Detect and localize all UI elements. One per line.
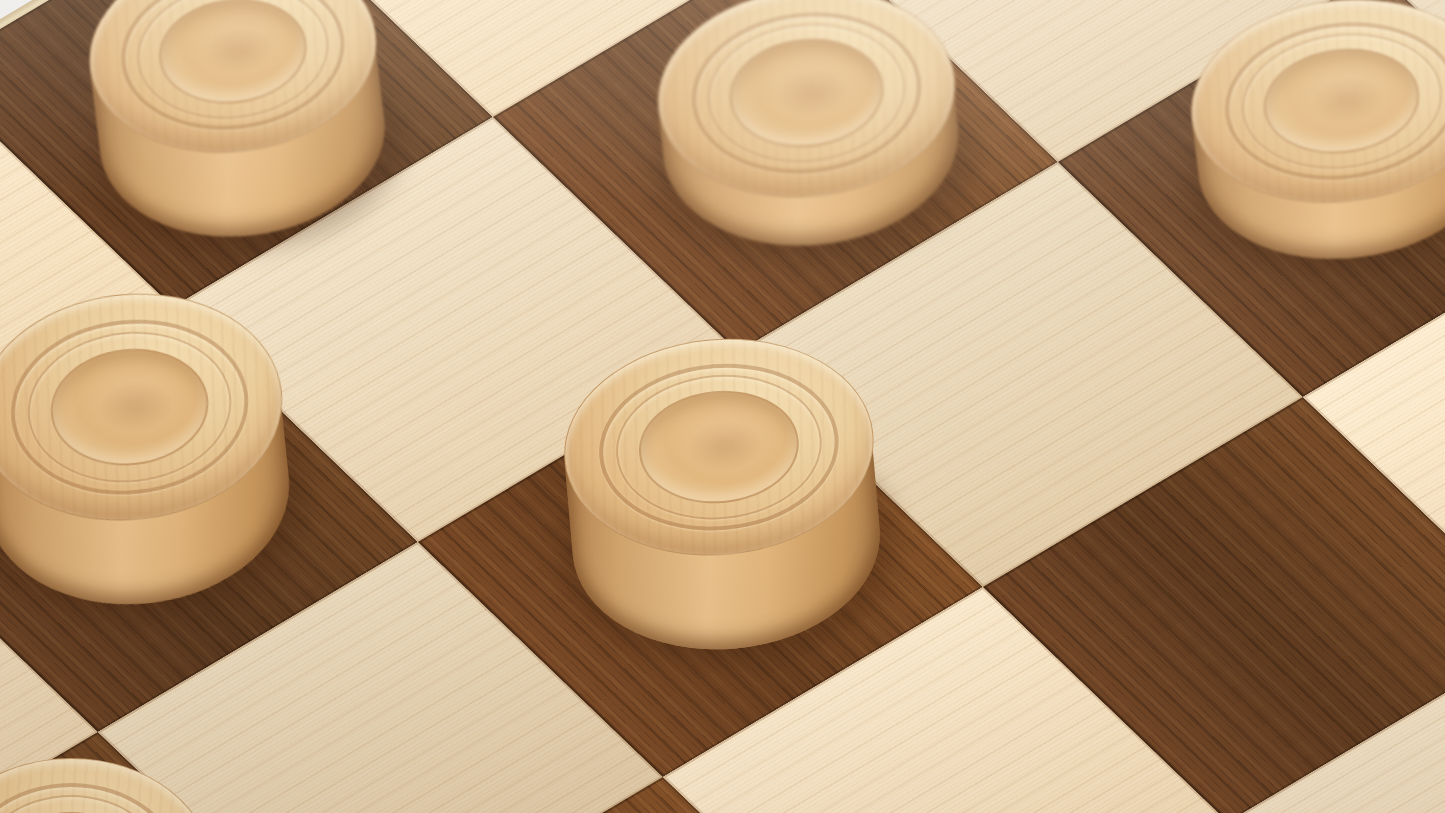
piece-center[interactable] (555, 326, 889, 662)
piece-top-face (0, 758, 212, 813)
piece-top-middle[interactable] (647, 0, 968, 260)
piece-bottom-left[interactable] (0, 758, 210, 813)
piece-mid-left[interactable] (0, 279, 300, 619)
photo-scene (0, 0, 1445, 813)
piece-top-left[interactable] (78, 0, 397, 252)
piece-top-right[interactable] (1179, 0, 1445, 275)
